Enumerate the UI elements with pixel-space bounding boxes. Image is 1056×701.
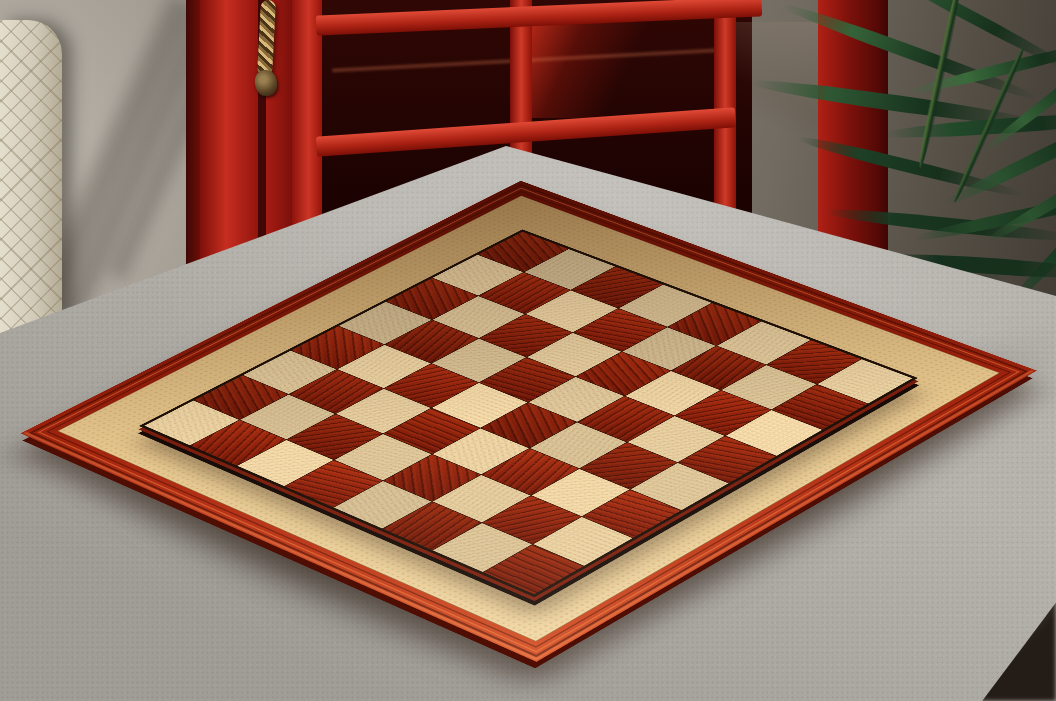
cabinet-left-edge bbox=[186, 0, 200, 264]
palm-frond bbox=[1045, 0, 1056, 91]
cabinet-stile bbox=[200, 0, 258, 264]
chair-back bbox=[0, 20, 62, 338]
palm-frond bbox=[902, 32, 1056, 99]
chessboard bbox=[528, 402, 1056, 701]
glass-reflection-red bbox=[532, 22, 712, 118]
scene-photo bbox=[0, 0, 1056, 701]
